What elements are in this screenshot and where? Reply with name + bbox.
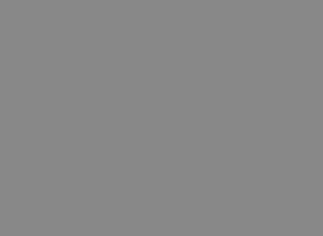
go-board[interactable]: [0, 0, 323, 236]
go-diagram: [0, 0, 323, 236]
